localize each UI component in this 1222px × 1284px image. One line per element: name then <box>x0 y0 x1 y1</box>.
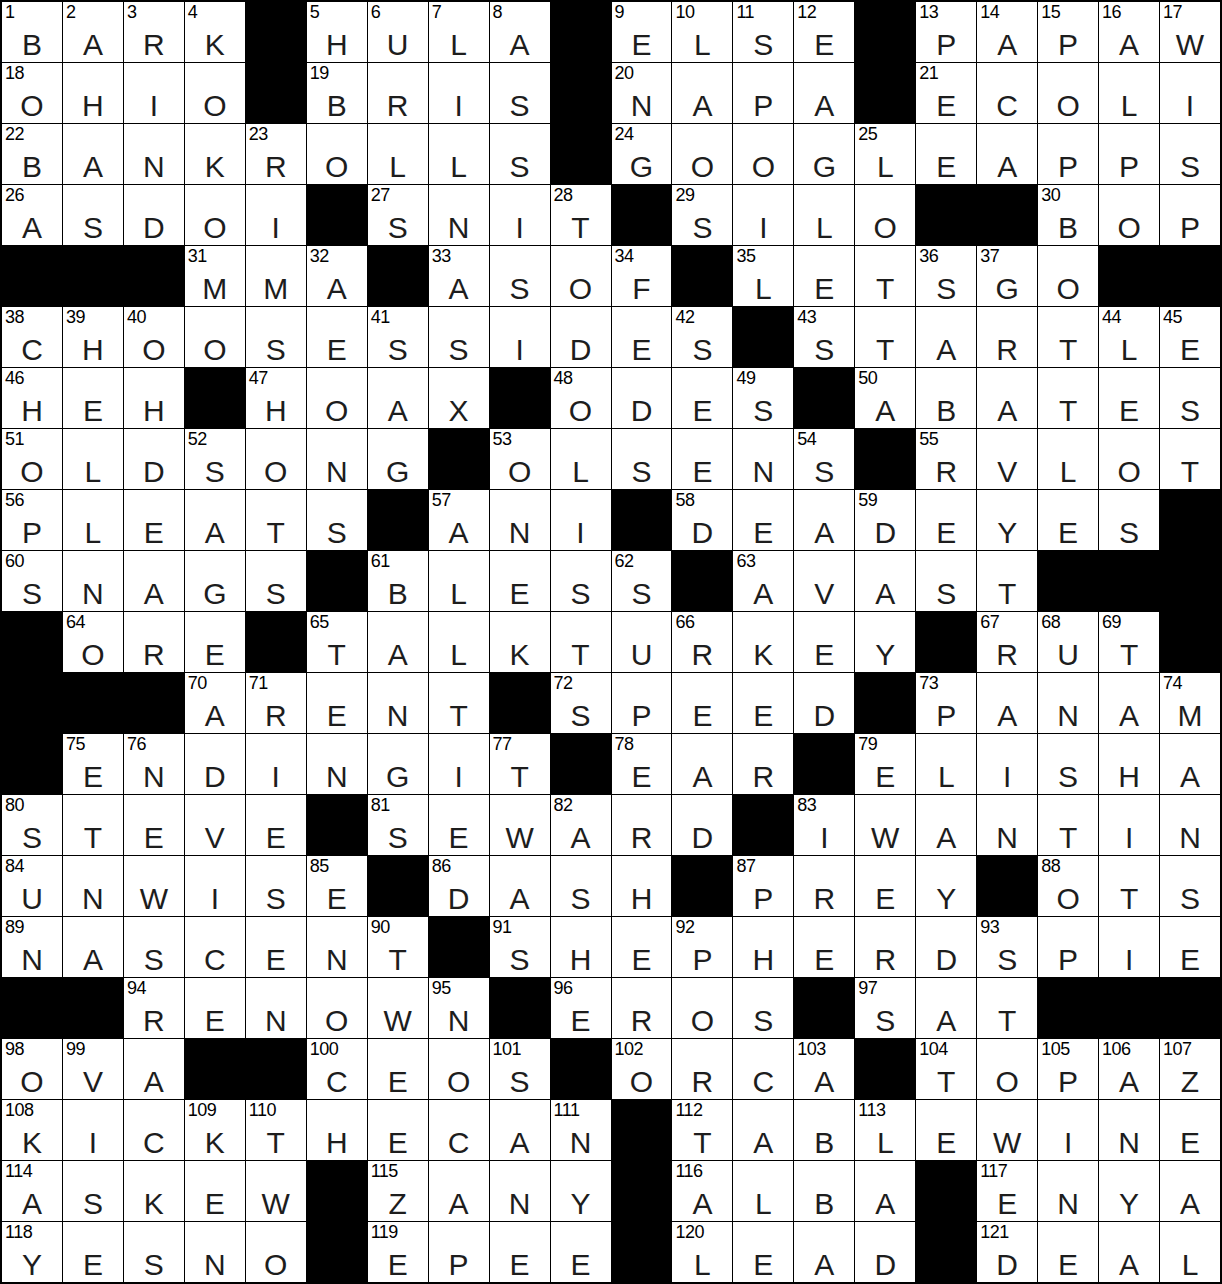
cell-r2c13[interactable]: P <box>733 63 793 123</box>
cell-r4c15[interactable]: O <box>855 185 915 245</box>
cell-r8c18[interactable]: L <box>1038 429 1098 489</box>
cell-r20c5[interactable]: W <box>246 1161 306 1221</box>
cell-r13c4[interactable]: D <box>185 734 245 794</box>
cell-r3c7[interactable]: L <box>368 124 428 184</box>
cell-r15c1[interactable]: 84U <box>2 856 62 916</box>
cell-r15c9[interactable]: A <box>490 856 550 916</box>
cell-r17c6[interactable]: O <box>307 978 367 1038</box>
cell-r16c5[interactable]: E <box>246 917 306 977</box>
cell-r2c18[interactable]: O <box>1038 63 1098 123</box>
cell-r16c17[interactable]: 93S <box>977 917 1037 977</box>
cell-r13c5[interactable]: I <box>246 734 306 794</box>
cell-r13c9[interactable]: 77T <box>490 734 550 794</box>
cell-r20c14[interactable]: B <box>794 1161 854 1221</box>
cell-r7c7[interactable]: A <box>368 368 428 428</box>
cell-r2c2[interactable]: H <box>63 63 123 123</box>
cell-r9c10[interactable]: I <box>551 490 611 550</box>
cell-r3c3[interactable]: N <box>124 124 184 184</box>
cell-r6c17[interactable]: R <box>977 307 1037 367</box>
cell-r18c12[interactable]: R <box>672 1039 732 1099</box>
cell-r8c11[interactable]: S <box>612 429 672 489</box>
cell-r14c2[interactable]: T <box>63 795 123 855</box>
cell-r10c10[interactable]: S <box>551 551 611 611</box>
cell-r13c20[interactable]: A <box>1160 734 1220 794</box>
cell-r9c4[interactable]: A <box>185 490 245 550</box>
cell-r8c5[interactable]: O <box>246 429 306 489</box>
cell-r20c2[interactable]: S <box>63 1161 123 1221</box>
cell-r16c4[interactable]: C <box>185 917 245 977</box>
cell-r2c8[interactable]: I <box>429 63 489 123</box>
cell-r19c9[interactable]: A <box>490 1100 550 1160</box>
cell-r18c1[interactable]: 98O <box>2 1039 62 1099</box>
cell-r21c13[interactable]: E <box>733 1222 793 1282</box>
cell-r17c5[interactable]: N <box>246 978 306 1038</box>
cell-r15c10[interactable]: S <box>551 856 611 916</box>
cell-r10c15[interactable]: A <box>855 551 915 611</box>
cell-r12c12[interactable]: E <box>672 673 732 733</box>
cell-r20c10[interactable]: Y <box>551 1161 611 1221</box>
cell-r13c6[interactable]: N <box>307 734 367 794</box>
cell-r12c20[interactable]: 74M <box>1160 673 1220 733</box>
cell-r8c17[interactable]: V <box>977 429 1037 489</box>
cell-r20c1[interactable]: 114A <box>2 1161 62 1221</box>
cell-r11c7[interactable]: A <box>368 612 428 672</box>
cell-r17c16[interactable]: A <box>916 978 976 1038</box>
cell-r3c9[interactable]: S <box>490 124 550 184</box>
cell-r1c11[interactable]: 9E <box>612 2 672 62</box>
cell-r3c8[interactable]: L <box>429 124 489 184</box>
cell-r9c2[interactable]: L <box>63 490 123 550</box>
cell-r8c16[interactable]: 55R <box>916 429 976 489</box>
cell-r9c6[interactable]: S <box>307 490 367 550</box>
cell-r3c17[interactable]: A <box>977 124 1037 184</box>
cell-r21c19[interactable]: A <box>1099 1222 1159 1282</box>
cell-r15c8[interactable]: 86D <box>429 856 489 916</box>
cell-r6c20[interactable]: 45E <box>1160 307 1220 367</box>
cell-r6c12[interactable]: 42S <box>672 307 732 367</box>
cell-r5c11[interactable]: 34F <box>612 246 672 306</box>
cell-r12c10[interactable]: 72S <box>551 673 611 733</box>
cell-r5c14[interactable]: E <box>794 246 854 306</box>
cell-r11c3[interactable]: R <box>124 612 184 672</box>
cell-r14c15[interactable]: W <box>855 795 915 855</box>
cell-r19c3[interactable]: C <box>124 1100 184 1160</box>
cell-r7c15[interactable]: 50A <box>855 368 915 428</box>
cell-r1c3[interactable]: 3R <box>124 2 184 62</box>
cell-r3c12[interactable]: O <box>672 124 732 184</box>
cell-r17c8[interactable]: 95N <box>429 978 489 1038</box>
cell-r3c2[interactable]: A <box>63 124 123 184</box>
cell-r15c15[interactable]: E <box>855 856 915 916</box>
cell-r9c15[interactable]: 59D <box>855 490 915 550</box>
cell-r17c17[interactable]: T <box>977 978 1037 1038</box>
cell-r9c16[interactable]: E <box>916 490 976 550</box>
cell-r8c12[interactable]: E <box>672 429 732 489</box>
cell-r15c13[interactable]: 87P <box>733 856 793 916</box>
cell-r11c10[interactable]: T <box>551 612 611 672</box>
cell-r21c9[interactable]: E <box>490 1222 550 1282</box>
cell-r15c16[interactable]: Y <box>916 856 976 916</box>
cell-r1c19[interactable]: 16A <box>1099 2 1159 62</box>
cell-r2c12[interactable]: A <box>672 63 732 123</box>
cell-r15c5[interactable]: S <box>246 856 306 916</box>
cell-r17c7[interactable]: W <box>368 978 428 1038</box>
cell-r8c20[interactable]: T <box>1160 429 1220 489</box>
cell-r19c4[interactable]: 109K <box>185 1100 245 1160</box>
cell-r9c19[interactable]: S <box>1099 490 1159 550</box>
cell-r9c3[interactable]: E <box>124 490 184 550</box>
cell-r8c1[interactable]: 51O <box>2 429 62 489</box>
cell-r21c2[interactable]: E <box>63 1222 123 1282</box>
cell-r9c12[interactable]: 58D <box>672 490 732 550</box>
cell-r3c19[interactable]: P <box>1099 124 1159 184</box>
cell-r3c5[interactable]: 23R <box>246 124 306 184</box>
cell-r14c19[interactable]: I <box>1099 795 1159 855</box>
cell-r1c16[interactable]: 13P <box>916 2 976 62</box>
cell-r4c19[interactable]: O <box>1099 185 1159 245</box>
cell-r13c16[interactable]: L <box>916 734 976 794</box>
cell-r18c17[interactable]: O <box>977 1039 1037 1099</box>
cell-r11c9[interactable]: K <box>490 612 550 672</box>
cell-r11c8[interactable]: L <box>429 612 489 672</box>
cell-r4c14[interactable]: L <box>794 185 854 245</box>
cell-r4c5[interactable]: I <box>246 185 306 245</box>
cell-r4c2[interactable]: S <box>63 185 123 245</box>
cell-r4c12[interactable]: 29S <box>672 185 732 245</box>
cell-r3c11[interactable]: 24G <box>612 124 672 184</box>
cell-r21c1[interactable]: 118Y <box>2 1222 62 1282</box>
cell-r2c17[interactable]: C <box>977 63 1037 123</box>
cell-r13c12[interactable]: A <box>672 734 732 794</box>
cell-r2c7[interactable]: R <box>368 63 428 123</box>
cell-r16c10[interactable]: H <box>551 917 611 977</box>
cell-r21c5[interactable]: O <box>246 1222 306 1282</box>
cell-r19c10[interactable]: 111N <box>551 1100 611 1160</box>
cell-r5c16[interactable]: 36S <box>916 246 976 306</box>
cell-r16c3[interactable]: S <box>124 917 184 977</box>
cell-r16c14[interactable]: E <box>794 917 854 977</box>
cell-r7c6[interactable]: O <box>307 368 367 428</box>
cell-r1c1[interactable]: 1B <box>2 2 62 62</box>
cell-r2c6[interactable]: 19B <box>307 63 367 123</box>
cell-r10c11[interactable]: 62S <box>612 551 672 611</box>
cell-r7c3[interactable]: H <box>124 368 184 428</box>
cell-r1c17[interactable]: 14A <box>977 2 1037 62</box>
cell-r1c12[interactable]: 10L <box>672 2 732 62</box>
cell-r18c9[interactable]: 101S <box>490 1039 550 1099</box>
cell-r18c11[interactable]: 102O <box>612 1039 672 1099</box>
cell-r21c17[interactable]: 121D <box>977 1222 1037 1282</box>
cell-r7c13[interactable]: 49S <box>733 368 793 428</box>
cell-r6c15[interactable]: T <box>855 307 915 367</box>
cell-r8c3[interactable]: D <box>124 429 184 489</box>
cell-r19c16[interactable]: E <box>916 1100 976 1160</box>
cell-r11c15[interactable]: Y <box>855 612 915 672</box>
cell-r16c19[interactable]: I <box>1099 917 1159 977</box>
cell-r10c14[interactable]: V <box>794 551 854 611</box>
cell-r1c2[interactable]: 2A <box>63 2 123 62</box>
cell-r14c12[interactable]: D <box>672 795 732 855</box>
cell-r16c9[interactable]: 91S <box>490 917 550 977</box>
cell-r16c18[interactable]: P <box>1038 917 1098 977</box>
cell-r20c20[interactable]: A <box>1160 1161 1220 1221</box>
cell-r18c8[interactable]: O <box>429 1039 489 1099</box>
cell-r5c9[interactable]: S <box>490 246 550 306</box>
cell-r3c16[interactable]: E <box>916 124 976 184</box>
cell-r9c13[interactable]: E <box>733 490 793 550</box>
cell-r10c16[interactable]: S <box>916 551 976 611</box>
cell-r17c12[interactable]: O <box>672 978 732 1038</box>
cell-r16c13[interactable]: H <box>733 917 793 977</box>
cell-r21c7[interactable]: 119E <box>368 1222 428 1282</box>
cell-r19c5[interactable]: 110T <box>246 1100 306 1160</box>
cell-r9c17[interactable]: Y <box>977 490 1037 550</box>
cell-r18c14[interactable]: 103A <box>794 1039 854 1099</box>
cell-r12c5[interactable]: 71R <box>246 673 306 733</box>
cell-r4c9[interactable]: I <box>490 185 550 245</box>
cell-r16c16[interactable]: D <box>916 917 976 977</box>
cell-r14c4[interactable]: V <box>185 795 245 855</box>
cell-r10c13[interactable]: 63A <box>733 551 793 611</box>
cell-r19c19[interactable]: N <box>1099 1100 1159 1160</box>
cell-r20c7[interactable]: 115Z <box>368 1161 428 1221</box>
cell-r2c19[interactable]: L <box>1099 63 1159 123</box>
cell-r11c4[interactable]: E <box>185 612 245 672</box>
cell-r21c18[interactable]: E <box>1038 1222 1098 1282</box>
cell-r16c2[interactable]: A <box>63 917 123 977</box>
cell-r2c9[interactable]: S <box>490 63 550 123</box>
cell-r3c20[interactable]: S <box>1160 124 1220 184</box>
cell-r16c6[interactable]: N <box>307 917 367 977</box>
cell-r17c3[interactable]: 94R <box>124 978 184 1038</box>
cell-r18c19[interactable]: 106A <box>1099 1039 1159 1099</box>
cell-r12c11[interactable]: P <box>612 673 672 733</box>
cell-r14c11[interactable]: R <box>612 795 672 855</box>
cell-r6c9[interactable]: I <box>490 307 550 367</box>
cell-r1c8[interactable]: 7L <box>429 2 489 62</box>
cell-r21c12[interactable]: 120L <box>672 1222 732 1282</box>
cell-r16c7[interactable]: 90T <box>368 917 428 977</box>
cell-r15c20[interactable]: S <box>1160 856 1220 916</box>
cell-r16c11[interactable]: E <box>612 917 672 977</box>
cell-r21c10[interactable]: E <box>551 1222 611 1282</box>
cell-r4c1[interactable]: 26A <box>2 185 62 245</box>
cell-r5c10[interactable]: O <box>551 246 611 306</box>
cell-r13c8[interactable]: I <box>429 734 489 794</box>
cell-r19c18[interactable]: I <box>1038 1100 1098 1160</box>
cell-r2c1[interactable]: 18O <box>2 63 62 123</box>
cell-r15c18[interactable]: 88O <box>1038 856 1098 916</box>
cell-r8c9[interactable]: 53O <box>490 429 550 489</box>
cell-r7c12[interactable]: E <box>672 368 732 428</box>
cell-r19c1[interactable]: 108K <box>2 1100 62 1160</box>
cell-r5c4[interactable]: 31M <box>185 246 245 306</box>
cell-r7c11[interactable]: D <box>612 368 672 428</box>
cell-r12c16[interactable]: 73P <box>916 673 976 733</box>
cell-r15c14[interactable]: R <box>794 856 854 916</box>
cell-r1c20[interactable]: 17W <box>1160 2 1220 62</box>
cell-r14c9[interactable]: W <box>490 795 550 855</box>
cell-r6c18[interactable]: T <box>1038 307 1098 367</box>
cell-r8c19[interactable]: O <box>1099 429 1159 489</box>
cell-r1c9[interactable]: 8A <box>490 2 550 62</box>
cell-r14c1[interactable]: 80S <box>2 795 62 855</box>
cell-r12c4[interactable]: 70A <box>185 673 245 733</box>
cell-r9c8[interactable]: 57A <box>429 490 489 550</box>
cell-r14c10[interactable]: 82A <box>551 795 611 855</box>
cell-r8c6[interactable]: N <box>307 429 367 489</box>
cell-r7c20[interactable]: S <box>1160 368 1220 428</box>
cell-r4c20[interactable]: P <box>1160 185 1220 245</box>
cell-r20c18[interactable]: N <box>1038 1161 1098 1221</box>
cell-r3c18[interactable]: P <box>1038 124 1098 184</box>
cell-r11c18[interactable]: 68U <box>1038 612 1098 672</box>
cell-r12c7[interactable]: N <box>368 673 428 733</box>
cell-r11c6[interactable]: 65T <box>307 612 367 672</box>
cell-r7c5[interactable]: 47H <box>246 368 306 428</box>
cell-r6c1[interactable]: 38C <box>2 307 62 367</box>
cell-r19c12[interactable]: 112T <box>672 1100 732 1160</box>
cell-r11c12[interactable]: 66R <box>672 612 732 672</box>
cell-r1c18[interactable]: 15P <box>1038 2 1098 62</box>
cell-r6c19[interactable]: 44L <box>1099 307 1159 367</box>
cell-r1c13[interactable]: 11S <box>733 2 793 62</box>
cell-r16c15[interactable]: R <box>855 917 915 977</box>
cell-r14c3[interactable]: E <box>124 795 184 855</box>
cell-r13c15[interactable]: 79E <box>855 734 915 794</box>
cell-r2c16[interactable]: 21E <box>916 63 976 123</box>
cell-r11c17[interactable]: 67R <box>977 612 1037 672</box>
cell-r8c4[interactable]: 52S <box>185 429 245 489</box>
cell-r7c8[interactable]: X <box>429 368 489 428</box>
cell-r20c17[interactable]: 117E <box>977 1161 1037 1221</box>
cell-r6c4[interactable]: O <box>185 307 245 367</box>
cell-r11c19[interactable]: 69T <box>1099 612 1159 672</box>
cell-r18c13[interactable]: C <box>733 1039 793 1099</box>
cell-r17c15[interactable]: 97S <box>855 978 915 1038</box>
cell-r14c7[interactable]: 81S <box>368 795 428 855</box>
cell-r9c5[interactable]: T <box>246 490 306 550</box>
cell-r4c13[interactable]: I <box>733 185 793 245</box>
cell-r2c20[interactable]: I <box>1160 63 1220 123</box>
cell-r19c20[interactable]: E <box>1160 1100 1220 1160</box>
cell-r5c6[interactable]: 32A <box>307 246 367 306</box>
cell-r4c18[interactable]: 30B <box>1038 185 1098 245</box>
cell-r14c8[interactable]: E <box>429 795 489 855</box>
cell-r19c17[interactable]: W <box>977 1100 1037 1160</box>
cell-r1c14[interactable]: 12E <box>794 2 854 62</box>
cell-r14c17[interactable]: N <box>977 795 1037 855</box>
cell-r19c7[interactable]: E <box>368 1100 428 1160</box>
cell-r13c2[interactable]: 75E <box>63 734 123 794</box>
cell-r12c18[interactable]: N <box>1038 673 1098 733</box>
cell-r6c2[interactable]: 39H <box>63 307 123 367</box>
cell-r10c17[interactable]: T <box>977 551 1037 611</box>
cell-r18c16[interactable]: 104T <box>916 1039 976 1099</box>
cell-r3c1[interactable]: 22B <box>2 124 62 184</box>
cell-r16c20[interactable]: E <box>1160 917 1220 977</box>
cell-r6c16[interactable]: A <box>916 307 976 367</box>
cell-r14c20[interactable]: N <box>1160 795 1220 855</box>
cell-r15c2[interactable]: N <box>63 856 123 916</box>
cell-r19c2[interactable]: I <box>63 1100 123 1160</box>
cell-r14c5[interactable]: E <box>246 795 306 855</box>
cell-r12c14[interactable]: D <box>794 673 854 733</box>
cell-r6c5[interactable]: S <box>246 307 306 367</box>
cell-r14c14[interactable]: 83I <box>794 795 854 855</box>
cell-r7c1[interactable]: 46H <box>2 368 62 428</box>
cell-r12c8[interactable]: T <box>429 673 489 733</box>
cell-r17c4[interactable]: E <box>185 978 245 1038</box>
cell-r12c17[interactable]: A <box>977 673 1037 733</box>
cell-r20c8[interactable]: A <box>429 1161 489 1221</box>
cell-r1c6[interactable]: 5H <box>307 2 367 62</box>
cell-r16c12[interactable]: 92P <box>672 917 732 977</box>
cell-r15c4[interactable]: I <box>185 856 245 916</box>
cell-r17c11[interactable]: R <box>612 978 672 1038</box>
cell-r5c8[interactable]: 33A <box>429 246 489 306</box>
cell-r18c7[interactable]: E <box>368 1039 428 1099</box>
cell-r12c13[interactable]: E <box>733 673 793 733</box>
cell-r7c19[interactable]: E <box>1099 368 1159 428</box>
cell-r20c9[interactable]: N <box>490 1161 550 1221</box>
cell-r6c10[interactable]: D <box>551 307 611 367</box>
cell-r21c8[interactable]: P <box>429 1222 489 1282</box>
cell-r14c18[interactable]: T <box>1038 795 1098 855</box>
cell-r6c7[interactable]: 41S <box>368 307 428 367</box>
cell-r21c20[interactable]: L <box>1160 1222 1220 1282</box>
cell-r19c13[interactable]: A <box>733 1100 793 1160</box>
cell-r10c2[interactable]: N <box>63 551 123 611</box>
cell-r10c8[interactable]: L <box>429 551 489 611</box>
cell-r21c4[interactable]: N <box>185 1222 245 1282</box>
cell-r5c13[interactable]: 35L <box>733 246 793 306</box>
cell-r9c18[interactable]: E <box>1038 490 1098 550</box>
cell-r19c8[interactable]: C <box>429 1100 489 1160</box>
cell-r20c19[interactable]: Y <box>1099 1161 1159 1221</box>
cell-r7c18[interactable]: T <box>1038 368 1098 428</box>
cell-r3c4[interactable]: K <box>185 124 245 184</box>
cell-r4c7[interactable]: 27S <box>368 185 428 245</box>
cell-r7c16[interactable]: B <box>916 368 976 428</box>
cell-r6c11[interactable]: E <box>612 307 672 367</box>
cell-r18c20[interactable]: 107Z <box>1160 1039 1220 1099</box>
cell-r20c12[interactable]: 116A <box>672 1161 732 1221</box>
cell-r16c1[interactable]: 89N <box>2 917 62 977</box>
cell-r20c13[interactable]: L <box>733 1161 793 1221</box>
cell-r11c2[interactable]: 64O <box>63 612 123 672</box>
cell-r7c2[interactable]: E <box>63 368 123 428</box>
cell-r4c8[interactable]: N <box>429 185 489 245</box>
cell-r10c9[interactable]: E <box>490 551 550 611</box>
cell-r3c13[interactable]: O <box>733 124 793 184</box>
cell-r13c3[interactable]: 76N <box>124 734 184 794</box>
cell-r10c3[interactable]: A <box>124 551 184 611</box>
cell-r13c11[interactable]: 78E <box>612 734 672 794</box>
cell-r13c7[interactable]: G <box>368 734 428 794</box>
cell-r3c6[interactable]: O <box>307 124 367 184</box>
cell-r4c10[interactable]: 28T <box>551 185 611 245</box>
cell-r17c10[interactable]: 96E <box>551 978 611 1038</box>
cell-r15c11[interactable]: H <box>612 856 672 916</box>
cell-r10c1[interactable]: 60S <box>2 551 62 611</box>
cell-r19c15[interactable]: 113L <box>855 1100 915 1160</box>
cell-r15c19[interactable]: T <box>1099 856 1159 916</box>
cell-r11c14[interactable]: E <box>794 612 854 672</box>
cell-r13c19[interactable]: H <box>1099 734 1159 794</box>
cell-r4c3[interactable]: D <box>124 185 184 245</box>
cell-r1c4[interactable]: 4K <box>185 2 245 62</box>
